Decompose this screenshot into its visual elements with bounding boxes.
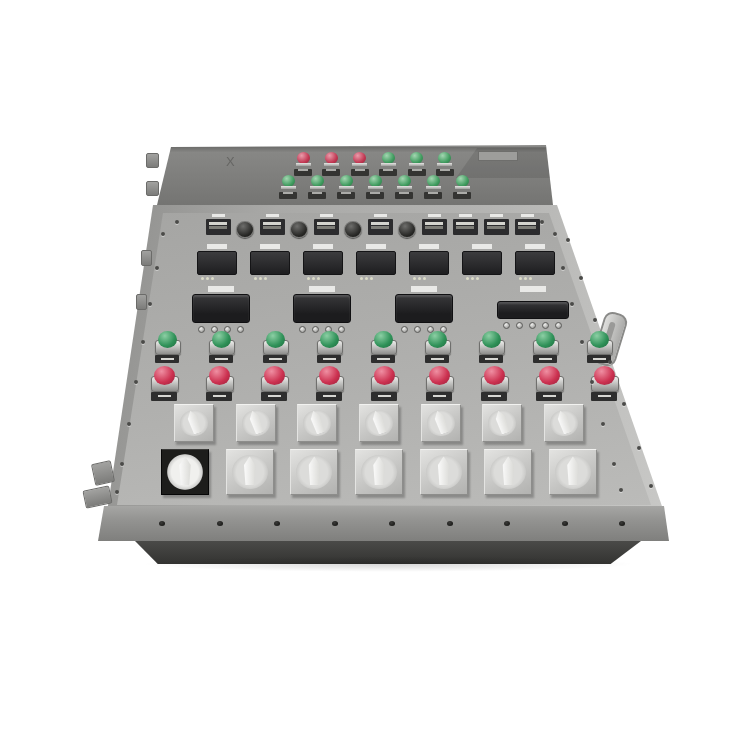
controller-keys (496, 322, 570, 329)
pushbutton-cap-green (428, 331, 447, 348)
edge-screw (579, 276, 583, 280)
floor-shadow (140, 556, 636, 572)
small-meter-body (453, 219, 478, 235)
small-meter-stripe (209, 222, 227, 225)
lid-etched-mark: X (226, 154, 236, 169)
flange-bolt (447, 521, 453, 526)
indicator-light-green (306, 175, 328, 199)
rotary-switch[interactable] (226, 449, 274, 495)
indicator-light-green (364, 175, 386, 199)
small-meter-label (212, 214, 225, 217)
indicator-base (437, 163, 452, 166)
panel-meter-led (423, 277, 426, 280)
pushbutton-label-plate (481, 392, 507, 401)
pushbutton-label-plate (479, 355, 503, 363)
rotary-switch[interactable] (359, 404, 399, 442)
rotary-switch[interactable] (290, 449, 338, 495)
pushbutton-cap-green (590, 331, 609, 348)
knob-wrap (290, 214, 308, 238)
pushbutton-label-plate (316, 392, 342, 401)
pushbutton-label-plate (209, 355, 233, 363)
pushbutton-label-plate (206, 392, 232, 401)
panel-meter-label (366, 244, 386, 249)
panel-meter-leds (519, 277, 555, 280)
rotary-switch[interactable] (355, 449, 403, 495)
indicator-label-plate (424, 192, 442, 199)
panel-meter-led (519, 277, 522, 280)
indicator-label-plate (366, 192, 384, 199)
pushbutton-label-plate (426, 392, 452, 401)
indicator-base (352, 163, 367, 166)
panel-meter (197, 244, 237, 280)
rotary-switch[interactable] (484, 449, 532, 495)
control-knob[interactable] (344, 221, 362, 238)
panel-meter (356, 244, 396, 280)
panel-meter-label (207, 244, 227, 249)
panel-meter-leds (307, 277, 343, 280)
edge-screw (566, 238, 570, 242)
indicator-base (324, 163, 339, 166)
panel-meter-leds (254, 277, 290, 280)
pushbutton-cap-red (594, 366, 615, 385)
panel-meter-label (260, 244, 280, 249)
edge-screw (580, 340, 584, 344)
pushbutton-cap-green (536, 331, 555, 348)
small-meter-stripe (317, 226, 335, 229)
controller-screen (497, 301, 569, 319)
flange-bolt (504, 521, 510, 526)
panel-meter-screen (515, 251, 555, 275)
panel-meter-screen (197, 251, 237, 275)
panel-meter-row (197, 244, 555, 280)
panel-meter-led (307, 277, 310, 280)
red-pushbutton[interactable] (590, 366, 618, 402)
small-meter-stripe (456, 222, 474, 225)
pushbutton-label-plate (536, 392, 562, 401)
small-meter-stripe (518, 226, 536, 229)
pushbutton-label-plate (155, 355, 179, 363)
panel-meter-led (471, 277, 474, 280)
digital-controller (395, 286, 453, 333)
panel-meter-label (525, 244, 545, 249)
pushbutton-label-plate (533, 355, 557, 363)
panel-meter-leds (360, 277, 396, 280)
flange-bolt (562, 521, 568, 526)
rotary-switch[interactable] (236, 404, 276, 442)
digital-controller (192, 286, 250, 333)
lid-hinge-bottom (146, 181, 159, 196)
controller-key[interactable] (555, 322, 562, 329)
red-pushbutton[interactable] (535, 366, 563, 402)
panel-meter-led (524, 277, 527, 280)
flange-bolt (217, 521, 223, 526)
rotary-switch[interactable] (420, 449, 468, 495)
small-meter-stripe (456, 226, 474, 229)
edge-screw (155, 266, 159, 270)
panel-meter-label (313, 244, 333, 249)
panel-meter-led (413, 277, 416, 280)
control-knob[interactable] (236, 221, 254, 238)
panel-meter-led (206, 277, 209, 280)
indicator-label-plate (395, 192, 413, 199)
panel-meter-led (360, 277, 363, 280)
lid-lights-row1 (292, 152, 456, 176)
edge-screw (608, 360, 612, 364)
edge-screw (120, 462, 124, 466)
small-meter-stripe (425, 226, 443, 229)
panel-meter-led (418, 277, 421, 280)
small-meter-stripe (518, 222, 536, 225)
small-meter-label (428, 214, 441, 217)
small-meter (421, 214, 447, 235)
edge-screw (175, 220, 179, 224)
lid-hinge-top (146, 153, 159, 168)
edge-screw (540, 220, 544, 224)
pushbutton-label-plate (151, 392, 177, 401)
indicator-base (455, 186, 470, 189)
pushbutton-cap-green (158, 331, 177, 348)
indicator-light-green (422, 175, 444, 199)
small-meter-stripe (317, 222, 335, 225)
small-meter-body (422, 219, 447, 235)
small-meter (259, 214, 285, 235)
controller-label (411, 286, 437, 292)
controller-screen (293, 294, 351, 323)
panel-meter-leds (413, 277, 449, 280)
lid-nameplate (478, 151, 518, 161)
indicator-light-green (393, 175, 415, 199)
small-meter-label (521, 214, 534, 217)
controller-key[interactable] (503, 322, 510, 329)
small-meter-body (484, 219, 509, 235)
small-meter-body (368, 219, 393, 235)
panel-meter (250, 244, 290, 280)
panel-meter-screen (303, 251, 343, 275)
indicator-label-plate (308, 192, 326, 199)
rotary-switch[interactable] (549, 449, 597, 495)
panel-meter-led (264, 277, 267, 280)
indicator-label-plate (337, 192, 355, 199)
small-meter-stripe (263, 226, 281, 229)
panel-meter-leds (466, 277, 502, 280)
edge-screw (561, 266, 565, 270)
pushbutton-label-plate (371, 355, 395, 363)
pushbutton-label-plate (591, 392, 617, 401)
controller-key[interactable] (542, 322, 549, 329)
small-meter-stripe (371, 226, 389, 229)
pushbutton-cap-red (429, 366, 450, 385)
indicator-base (339, 186, 354, 189)
green-pushbutton[interactable] (424, 331, 450, 364)
photo-stage: X (0, 0, 750, 750)
edge-screw (553, 232, 557, 236)
red-pushbutton[interactable] (205, 366, 233, 402)
small-meter-label (266, 214, 279, 217)
flange-bolt (332, 521, 338, 526)
small-meter-label (459, 214, 472, 217)
small-meter-body (314, 219, 339, 235)
indicator-light-green (377, 152, 399, 176)
indicator-light-red (320, 152, 342, 176)
shell-left-tab-1 (141, 250, 152, 266)
small-meter (514, 214, 540, 235)
small-meter-label (320, 214, 333, 217)
controller-screen (395, 294, 453, 323)
rotary-row-top (174, 404, 584, 442)
controller-label (309, 286, 335, 292)
edge-screw (115, 490, 119, 494)
knob-wrap (344, 214, 362, 238)
pushbutton-label-plate (263, 355, 287, 363)
controller-key[interactable] (529, 322, 536, 329)
indicator-light-green (406, 152, 428, 176)
pushbutton-cap-red (374, 366, 395, 385)
green-pushbutton[interactable] (478, 331, 504, 364)
red-button-row (150, 366, 618, 402)
panel-meter-led (312, 277, 315, 280)
red-pushbutton[interactable] (480, 366, 508, 402)
panel-meter-led (317, 277, 320, 280)
small-meter (452, 214, 478, 235)
edge-screw (570, 302, 574, 306)
pushbutton-cap-green (374, 331, 393, 348)
pushbutton-cap-red (539, 366, 560, 385)
rotary-switch[interactable] (482, 404, 522, 442)
green-button-row (154, 331, 612, 364)
small-meter-body (260, 219, 285, 235)
green-pushbutton[interactable] (262, 331, 288, 364)
flange-bolt (389, 521, 395, 526)
indicator-label-plate (279, 192, 297, 199)
panel-meter-led (370, 277, 373, 280)
control-knob[interactable] (290, 221, 308, 238)
rotary-switch[interactable] (297, 404, 337, 442)
controller-key[interactable] (516, 322, 523, 329)
edge-screw (590, 380, 594, 384)
indicator-base (409, 163, 424, 166)
rotary-switch[interactable] (544, 404, 584, 442)
rotary-switch[interactable] (174, 404, 214, 442)
indicator-light-green (277, 175, 299, 199)
flange-bolt-row (159, 521, 625, 526)
pushbutton-cap-green (482, 331, 501, 348)
green-pushbutton[interactable] (586, 331, 612, 364)
small-meter-body (515, 219, 540, 235)
indicator-base (426, 186, 441, 189)
indicator-light-green (335, 175, 357, 199)
knob-wrap (398, 214, 416, 238)
indicator-light-red (292, 152, 314, 176)
panel-meter-led (529, 277, 532, 280)
small-meter-body (206, 219, 231, 235)
panel-meter-label (472, 244, 492, 249)
pushbutton-label-plate (371, 392, 397, 401)
pushbutton-label-plate (261, 392, 287, 401)
small-meter (367, 214, 393, 235)
control-knob[interactable] (398, 221, 416, 238)
edge-screw (127, 422, 131, 426)
pushbutton-cap-red (319, 366, 340, 385)
panel-meter-leds (201, 277, 237, 280)
pushbutton-label-plate (317, 355, 341, 363)
door-hinge-upper (91, 460, 115, 486)
small-meter-label (374, 214, 387, 217)
panel-meter (409, 244, 449, 280)
green-pushbutton[interactable] (316, 331, 342, 364)
red-pushbutton[interactable] (150, 366, 178, 402)
edge-screw (619, 488, 623, 492)
panel-meter-led (259, 277, 262, 280)
panel-meter-led (254, 277, 257, 280)
red-pushbutton[interactable] (315, 366, 343, 402)
panel-meter-screen (356, 251, 396, 275)
panel-meter (303, 244, 343, 280)
indicator-light-red (349, 152, 371, 176)
controller-screen (192, 294, 250, 323)
small-meter-stripe (425, 222, 443, 225)
indicator-light-green (451, 175, 473, 199)
pushbutton-cap-red (209, 366, 230, 385)
indicator-light-green (434, 152, 456, 176)
edge-screw (601, 422, 605, 426)
small-meter-stripe (263, 222, 281, 225)
small-meter-label (490, 214, 503, 217)
green-pushbutton[interactable] (532, 331, 558, 364)
controller-label (520, 286, 546, 292)
indicator-base (296, 163, 311, 166)
panel-meter (515, 244, 555, 280)
indicator-base (368, 186, 383, 189)
indicator-base (381, 163, 396, 166)
pushbutton-cap-red (484, 366, 505, 385)
indicator-base (310, 186, 325, 189)
flange-bolt (274, 521, 280, 526)
edge-screw (612, 462, 616, 466)
panel-meter-led (211, 277, 214, 280)
green-pushbutton[interactable] (208, 331, 234, 364)
red-pushbutton[interactable] (425, 366, 453, 402)
indicator-base (397, 186, 412, 189)
red-pushbutton[interactable] (370, 366, 398, 402)
small-meter-stripe (209, 226, 227, 229)
knob-wrap (236, 214, 254, 238)
edge-screw (637, 446, 641, 450)
controller-row (192, 286, 570, 333)
pushbutton-cap-red (154, 366, 175, 385)
small-meter-stripe (487, 222, 505, 225)
small-meter (483, 214, 509, 235)
panel-meter (462, 244, 502, 280)
panel-meter-led (365, 277, 368, 280)
panel-meter-label (419, 244, 439, 249)
green-pushbutton[interactable] (370, 331, 396, 364)
red-pushbutton[interactable] (260, 366, 288, 402)
panel-meter-screen (250, 251, 290, 275)
edge-screw (148, 302, 152, 306)
green-pushbutton[interactable] (154, 331, 180, 364)
edge-screw (593, 318, 597, 322)
panel-meter-led (201, 277, 204, 280)
pushbutton-label-plate (425, 355, 449, 363)
edge-screw (161, 232, 165, 236)
panel-meter-screen (462, 251, 502, 275)
panel-meter-led (466, 277, 469, 280)
rotary-row-bottom (161, 449, 597, 495)
small-meter (313, 214, 339, 235)
pushbutton-cap-green (212, 331, 231, 348)
small-meter-stripe (487, 226, 505, 229)
small-meter (205, 214, 231, 235)
meter-knob-row (205, 214, 540, 238)
pushbutton-cap-green (320, 331, 339, 348)
pushbutton-cap-red (264, 366, 285, 385)
controller-label (208, 286, 234, 292)
shell-left-tab-2 (136, 294, 147, 310)
rotary-switch[interactable] (421, 404, 461, 442)
panel-meter-led (476, 277, 479, 280)
rotary-switch[interactable] (161, 449, 209, 495)
panel-meter-screen (409, 251, 449, 275)
edge-screw (141, 340, 145, 344)
flange-bolt (619, 521, 625, 526)
digital-controller (293, 286, 351, 333)
flange-bolt (159, 521, 165, 526)
indicator-label-plate (453, 192, 471, 199)
small-meter-stripe (371, 222, 389, 225)
edge-screw (134, 380, 138, 384)
indicator-base (281, 186, 296, 189)
digital-controller (496, 286, 570, 329)
edge-screw (622, 402, 626, 406)
lid-lights-row2 (277, 175, 473, 199)
edge-screw (649, 484, 653, 488)
pushbutton-cap-green (266, 331, 285, 348)
